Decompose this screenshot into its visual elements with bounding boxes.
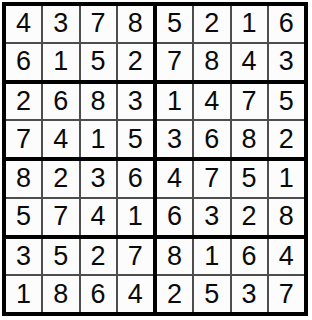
cell-r7-c7[interactable]: 6: [232, 239, 267, 275]
box-r4-c2: 8 1 6 4 2 5 3 7: [157, 239, 304, 313]
cell-r1-c7[interactable]: 1: [232, 6, 267, 42]
cell-r3-c5[interactable]: 1: [157, 84, 192, 120]
cell-r7-c8[interactable]: 4: [269, 239, 304, 275]
cell-r1-c3[interactable]: 7: [81, 6, 116, 42]
cell-r5-c8[interactable]: 1: [269, 161, 304, 197]
cell-r3-c8[interactable]: 5: [269, 84, 304, 120]
cell-r6-c5[interactable]: 6: [157, 199, 192, 235]
cell-r7-c4[interactable]: 7: [118, 239, 153, 275]
cell-r1-c6[interactable]: 2: [194, 6, 229, 42]
cell-r7-c1[interactable]: 3: [6, 239, 41, 275]
cell-r3-c7[interactable]: 7: [232, 84, 267, 120]
cell-r8-c3[interactable]: 6: [81, 276, 116, 312]
cell-r5-c1[interactable]: 8: [6, 161, 41, 197]
cell-r5-c4[interactable]: 6: [118, 161, 153, 197]
cell-r6-c6[interactable]: 3: [194, 199, 229, 235]
cell-r4-c6[interactable]: 6: [194, 121, 229, 157]
cell-r2-c2[interactable]: 1: [43, 44, 78, 80]
box-r4-c1: 3 5 2 7 1 8 6 4: [6, 239, 153, 313]
cell-r1-c2[interactable]: 3: [43, 6, 78, 42]
cell-r8-c2[interactable]: 8: [43, 276, 78, 312]
box-r1-c1: 4 3 7 8 6 1 5 2: [6, 6, 153, 80]
sudoku-board: 4 3 7 8 6 1 5 2 5 2 1 6 7 8 4 3 2 6 8 3 …: [2, 2, 308, 316]
cell-r8-c4[interactable]: 4: [118, 276, 153, 312]
cell-r7-c6[interactable]: 1: [194, 239, 229, 275]
cell-r4-c2[interactable]: 4: [43, 121, 78, 157]
cell-r1-c5[interactable]: 5: [157, 6, 192, 42]
cell-r4-c7[interactable]: 8: [232, 121, 267, 157]
cell-r4-c1[interactable]: 7: [6, 121, 41, 157]
cell-r6-c8[interactable]: 8: [269, 199, 304, 235]
cell-r8-c6[interactable]: 5: [194, 276, 229, 312]
cell-r1-c1[interactable]: 4: [6, 6, 41, 42]
cell-r5-c6[interactable]: 7: [194, 161, 229, 197]
cell-r6-c2[interactable]: 7: [43, 199, 78, 235]
cell-r2-c3[interactable]: 5: [81, 44, 116, 80]
cell-r8-c1[interactable]: 1: [6, 276, 41, 312]
cell-r2-c5[interactable]: 7: [157, 44, 192, 80]
cell-r6-c1[interactable]: 5: [6, 199, 41, 235]
cell-r5-c3[interactable]: 3: [81, 161, 116, 197]
cell-r4-c8[interactable]: 2: [269, 121, 304, 157]
cell-r3-c6[interactable]: 4: [194, 84, 229, 120]
cell-r6-c4[interactable]: 1: [118, 199, 153, 235]
cell-r1-c4[interactable]: 8: [118, 6, 153, 42]
cell-r6-c7[interactable]: 2: [232, 199, 267, 235]
cell-r5-c5[interactable]: 4: [157, 161, 192, 197]
cell-r4-c5[interactable]: 3: [157, 121, 192, 157]
cell-r5-c7[interactable]: 5: [232, 161, 267, 197]
cell-r5-c2[interactable]: 2: [43, 161, 78, 197]
cell-r8-c7[interactable]: 3: [232, 276, 267, 312]
cell-r7-c2[interactable]: 5: [43, 239, 78, 275]
box-r1-c2: 5 2 1 6 7 8 4 3: [157, 6, 304, 80]
cell-r8-c5[interactable]: 2: [157, 276, 192, 312]
box-r3-c1: 8 2 3 6 5 7 4 1: [6, 161, 153, 235]
cell-r3-c1[interactable]: 2: [6, 84, 41, 120]
cell-r2-c7[interactable]: 4: [232, 44, 267, 80]
cell-r1-c8[interactable]: 6: [269, 6, 304, 42]
cell-r8-c8[interactable]: 7: [269, 276, 304, 312]
cell-r3-c3[interactable]: 8: [81, 84, 116, 120]
cell-r2-c8[interactable]: 3: [269, 44, 304, 80]
box-r3-c2: 4 7 5 1 6 3 2 8: [157, 161, 304, 235]
cell-r4-c4[interactable]: 5: [118, 121, 153, 157]
cell-r6-c3[interactable]: 4: [81, 199, 116, 235]
box-r2-c2: 1 4 7 5 3 6 8 2: [157, 84, 304, 158]
cell-r2-c6[interactable]: 8: [194, 44, 229, 80]
cell-r3-c2[interactable]: 6: [43, 84, 78, 120]
cell-r7-c3[interactable]: 2: [81, 239, 116, 275]
cell-r2-c1[interactable]: 6: [6, 44, 41, 80]
cell-r2-c4[interactable]: 2: [118, 44, 153, 80]
cell-r7-c5[interactable]: 8: [157, 239, 192, 275]
cell-r3-c4[interactable]: 3: [118, 84, 153, 120]
box-r2-c1: 2 6 8 3 7 4 1 5: [6, 84, 153, 158]
cell-r4-c3[interactable]: 1: [81, 121, 116, 157]
